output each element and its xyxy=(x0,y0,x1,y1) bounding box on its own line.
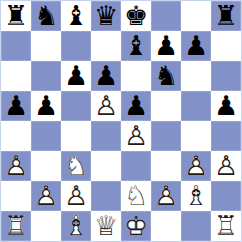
square-g4[interactable] xyxy=(181,121,211,151)
square-f3[interactable] xyxy=(151,151,181,181)
square-a7[interactable] xyxy=(1,31,31,61)
square-g3[interactable]: ♟♙ xyxy=(181,151,211,181)
piece-black-bishop[interactable]: ♝ xyxy=(61,1,91,31)
square-d8[interactable]: ♛ xyxy=(91,1,121,31)
piece-white-pawn[interactable]: ♙ xyxy=(1,151,31,181)
square-e8[interactable]: ♚ xyxy=(121,1,151,31)
square-f6[interactable]: ♞ xyxy=(151,61,181,91)
piece-white-pawn[interactable]: ♙ xyxy=(211,151,241,181)
square-h5[interactable]: ♟ xyxy=(211,91,241,121)
square-f4[interactable] xyxy=(151,121,181,151)
square-c1[interactable]: ♝♗ xyxy=(61,211,91,241)
square-d1[interactable]: ♛♕ xyxy=(91,211,121,241)
square-g7[interactable]: ♟ xyxy=(181,31,211,61)
square-g2[interactable]: ♝♗ xyxy=(181,181,211,211)
square-b5[interactable]: ♟ xyxy=(31,91,61,121)
square-h1[interactable]: ♜♖ xyxy=(211,211,241,241)
square-a1[interactable]: ♜♖ xyxy=(1,211,31,241)
piece-black-rook[interactable]: ♜ xyxy=(211,1,241,31)
square-e1[interactable]: ♚♔ xyxy=(121,211,151,241)
square-c4[interactable] xyxy=(61,121,91,151)
piece-black-king[interactable]: ♚ xyxy=(121,1,151,31)
square-c2[interactable]: ♟♙ xyxy=(61,181,91,211)
square-c5[interactable] xyxy=(61,91,91,121)
square-e3[interactable] xyxy=(121,151,151,181)
piece-white-pawn[interactable]: ♙ xyxy=(181,151,211,181)
square-b2[interactable]: ♟♙ xyxy=(31,181,61,211)
square-d6[interactable]: ♟ xyxy=(91,61,121,91)
square-e7[interactable]: ♝ xyxy=(121,31,151,61)
piece-white-knight[interactable]: ♘ xyxy=(61,151,91,181)
square-a6[interactable] xyxy=(1,61,31,91)
square-b7[interactable] xyxy=(31,31,61,61)
square-a3[interactable]: ♟♙ xyxy=(1,151,31,181)
piece-black-pawn[interactable]: ♟ xyxy=(91,61,121,91)
square-c3[interactable]: ♞♘ xyxy=(61,151,91,181)
piece-black-pawn[interactable]: ♟ xyxy=(151,31,181,61)
square-h4[interactable] xyxy=(211,121,241,151)
piece-white-pawn[interactable]: ♙ xyxy=(61,181,91,211)
chess-board: ♜♞♝♛♚♜♝♟♟♟♟♞♟♟♟♙♟♟♟♙♟♙♞♘♟♙♟♙♟♙♟♙♞♘♟♙♝♗♜♖… xyxy=(1,1,241,241)
square-e2[interactable]: ♞♘ xyxy=(121,181,151,211)
square-b1[interactable] xyxy=(31,211,61,241)
square-g1[interactable] xyxy=(181,211,211,241)
piece-black-bishop[interactable]: ♝ xyxy=(121,31,151,61)
square-c7[interactable] xyxy=(61,31,91,61)
chess-board-frame: ♜♞♝♛♚♜♝♟♟♟♟♞♟♟♟♙♟♟♟♙♟♙♞♘♟♙♟♙♟♙♟♙♞♘♟♙♝♗♜♖… xyxy=(0,0,242,242)
square-e5[interactable]: ♟ xyxy=(121,91,151,121)
square-h3[interactable]: ♟♙ xyxy=(211,151,241,181)
piece-white-bishop[interactable]: ♗ xyxy=(181,181,211,211)
square-f1[interactable] xyxy=(151,211,181,241)
square-b3[interactable] xyxy=(31,151,61,181)
square-g6[interactable] xyxy=(181,61,211,91)
square-a4[interactable] xyxy=(1,121,31,151)
square-c8[interactable]: ♝ xyxy=(61,1,91,31)
square-h6[interactable] xyxy=(211,61,241,91)
square-h8[interactable]: ♜ xyxy=(211,1,241,31)
piece-black-pawn[interactable]: ♟ xyxy=(61,61,91,91)
piece-black-pawn[interactable]: ♟ xyxy=(211,91,241,121)
piece-black-rook[interactable]: ♜ xyxy=(1,1,31,31)
piece-white-knight[interactable]: ♘ xyxy=(121,181,151,211)
square-f7[interactable]: ♟ xyxy=(151,31,181,61)
piece-black-queen[interactable]: ♛ xyxy=(91,1,121,31)
piece-white-pawn[interactable]: ♙ xyxy=(121,121,151,151)
square-g5[interactable] xyxy=(181,91,211,121)
piece-white-rook[interactable]: ♖ xyxy=(1,211,31,241)
piece-black-pawn[interactable]: ♟ xyxy=(31,91,61,121)
square-c6[interactable]: ♟ xyxy=(61,61,91,91)
square-b4[interactable] xyxy=(31,121,61,151)
piece-white-bishop[interactable]: ♗ xyxy=(61,211,91,241)
square-d4[interactable] xyxy=(91,121,121,151)
square-d3[interactable] xyxy=(91,151,121,181)
piece-black-pawn[interactable]: ♟ xyxy=(1,91,31,121)
square-b8[interactable]: ♞ xyxy=(31,1,61,31)
piece-black-pawn[interactable]: ♟ xyxy=(181,31,211,61)
square-f2[interactable]: ♟♙ xyxy=(151,181,181,211)
piece-white-rook[interactable]: ♖ xyxy=(211,211,241,241)
piece-black-pawn[interactable]: ♟ xyxy=(121,91,151,121)
square-a8[interactable]: ♜ xyxy=(1,1,31,31)
square-g8[interactable] xyxy=(181,1,211,31)
square-h7[interactable] xyxy=(211,31,241,61)
piece-white-pawn[interactable]: ♙ xyxy=(91,91,121,121)
square-f8[interactable] xyxy=(151,1,181,31)
square-e6[interactable] xyxy=(121,61,151,91)
square-d5[interactable]: ♟♙ xyxy=(91,91,121,121)
piece-white-pawn[interactable]: ♙ xyxy=(31,181,61,211)
square-a2[interactable] xyxy=(1,181,31,211)
square-a5[interactable]: ♟ xyxy=(1,91,31,121)
square-d7[interactable] xyxy=(91,31,121,61)
square-h2[interactable] xyxy=(211,181,241,211)
piece-white-queen[interactable]: ♕ xyxy=(91,211,121,241)
piece-white-pawn[interactable]: ♙ xyxy=(151,181,181,211)
piece-black-knight[interactable]: ♞ xyxy=(31,1,61,31)
piece-black-knight[interactable]: ♞ xyxy=(151,61,181,91)
square-d2[interactable] xyxy=(91,181,121,211)
square-b6[interactable] xyxy=(31,61,61,91)
piece-white-king[interactable]: ♔ xyxy=(121,211,151,241)
square-e4[interactable]: ♟♙ xyxy=(121,121,151,151)
square-f5[interactable] xyxy=(151,91,181,121)
